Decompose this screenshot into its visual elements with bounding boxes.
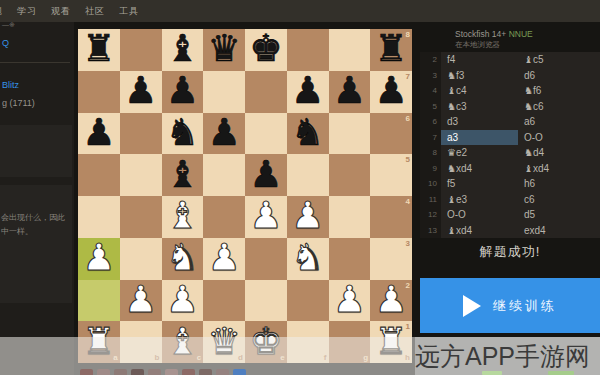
square-b5[interactable] <box>120 154 162 196</box>
move-cell-8w[interactable]: ♛e2 <box>441 145 518 161</box>
black-pawn-a6: ♟ <box>82 114 115 151</box>
move-cell-13b[interactable]: exd4 <box>518 223 600 239</box>
move-row-5: 5♞c3♞c6 <box>420 99 600 115</box>
game-source-link[interactable]: Blitz <box>2 80 19 90</box>
square-f1[interactable]: f <box>287 321 329 363</box>
square-e1[interactable]: ♚e <box>245 321 287 363</box>
white-bishop-c1: ♝ <box>166 323 199 360</box>
nav-item-工具[interactable]: 工具 <box>119 5 139 18</box>
white-rook-h1: ♜ <box>375 323 408 360</box>
square-g4[interactable] <box>329 196 371 238</box>
move-cell-5b[interactable]: ♞c6 <box>518 99 600 115</box>
puzzle-description-panel: 会出现什么，因此 中一样。 <box>0 185 72 303</box>
move-list: 2f4♝c53♞f3d64♝c4♞f65♞c3♞c66d3a67a3O-O8♛e… <box>420 52 600 238</box>
black-knight-c6: ♞ <box>166 114 199 151</box>
file-coordinate-d: d <box>238 353 243 362</box>
rank-coordinate-5: 5 <box>406 155 410 164</box>
move-row-13: 13♝xd4exd4 <box>420 223 600 239</box>
puzzle-description-line2: 中一样。 <box>1 226 33 237</box>
square-b1[interactable]: b <box>120 321 162 363</box>
square-d1[interactable]: ♛d <box>203 321 245 363</box>
watermark-text: 远方APP手游网 <box>415 340 590 373</box>
square-h4[interactable]: 4 <box>370 196 412 238</box>
square-f2[interactable] <box>287 280 329 322</box>
square-e8[interactable]: ♚ <box>245 29 287 71</box>
bottom-block-1 <box>80 369 93 375</box>
move-cell-6w[interactable]: d3 <box>441 114 518 130</box>
square-e5[interactable]: ♟ <box>245 154 287 196</box>
white-pawn-f4: ♟ <box>291 197 324 234</box>
move-cell-2b[interactable]: ♝c5 <box>518 52 600 68</box>
square-g5[interactable] <box>329 154 371 196</box>
move-row-6: 6d3a6 <box>420 114 600 130</box>
square-e4[interactable]: ♟ <box>245 196 287 238</box>
bottom-block-3 <box>114 369 127 375</box>
black-pawn-e5: ♟ <box>249 156 282 193</box>
black-pawn-d6: ♟ <box>208 114 241 151</box>
square-c5[interactable]: ♝ <box>162 154 204 196</box>
nav-item-社区[interactable]: 社区 <box>85 5 105 18</box>
move-number-10: 10 <box>420 176 441 192</box>
file-coordinate-h: h <box>405 353 410 362</box>
file-coordinate-f: f <box>324 353 327 362</box>
rank-coordinate-6: 6 <box>406 114 410 123</box>
move-number-11: 11 <box>420 192 441 208</box>
move-cell-8b[interactable]: ♞d4 <box>518 145 600 161</box>
file-coordinate-a: a <box>113 353 117 362</box>
square-b8[interactable] <box>120 29 162 71</box>
square-g2[interactable]: ♟ <box>329 280 371 322</box>
black-king-e8: ♚ <box>249 30 282 67</box>
black-pawn-f7: ♟ <box>291 72 324 109</box>
move-row-2: 2f4♝c5 <box>420 52 600 68</box>
bottom-block-6 <box>165 369 178 375</box>
white-knight-f3: ♞ <box>291 239 324 276</box>
move-cell-4b[interactable]: ♞f6 <box>518 83 600 99</box>
puzzle-description-line1: 会出现什么，因此 <box>1 212 65 223</box>
square-e3[interactable] <box>245 238 287 280</box>
square-d7[interactable] <box>203 71 245 113</box>
move-number-4: 4 <box>420 83 441 99</box>
black-bishop-c8: ♝ <box>166 30 199 67</box>
black-knight-f6: ♞ <box>291 114 324 151</box>
rank-coordinate-3: 3 <box>406 239 410 248</box>
white-pawn-b2: ♟ <box>124 281 157 318</box>
square-c1[interactable]: ♝c <box>162 321 204 363</box>
move-row-9: 9♞xd4♝xd4 <box>420 161 600 177</box>
white-pawn-a3: ♟ <box>82 239 115 276</box>
overlay-mark: —※ <box>2 21 15 29</box>
white-king-e1: ♚ <box>249 323 282 360</box>
square-f4[interactable]: ♟ <box>287 196 329 238</box>
move-number-9: 9 <box>420 161 441 177</box>
square-g8[interactable] <box>329 29 371 71</box>
engine-nnue-badge: NNUE <box>509 29 533 39</box>
square-c2[interactable]: ♟ <box>162 280 204 322</box>
file-coordinate-e: e <box>280 353 284 362</box>
move-cell-9b[interactable]: ♝xd4 <box>518 161 600 177</box>
white-bishop-c4: ♝ <box>166 197 199 234</box>
move-cell-10b[interactable]: h6 <box>518 176 600 192</box>
square-a3[interactable]: ♟ <box>78 238 120 280</box>
engine-header: Stockfish 14+ NNUE 在本地浏览器 <box>420 29 600 52</box>
square-h5[interactable]: 5 <box>370 154 412 196</box>
black-pawn-g7: ♟ <box>333 72 366 109</box>
square-b2[interactable]: ♟ <box>120 280 162 322</box>
nav-item-学习[interactable]: 学习 <box>17 5 37 18</box>
file-coordinate-b: b <box>155 353 160 362</box>
square-d8[interactable]: ♛ <box>203 29 245 71</box>
bottom-block-5 <box>148 369 161 375</box>
move-row-8: 8♛e2♞d4 <box>420 145 600 161</box>
square-b3[interactable] <box>120 238 162 280</box>
square-b6[interactable] <box>120 113 162 155</box>
square-e7[interactable] <box>245 71 287 113</box>
move-cell-6b[interactable]: a6 <box>518 114 600 130</box>
bottom-block-9 <box>216 369 229 375</box>
square-g6[interactable] <box>329 113 371 155</box>
move-cell-12w[interactable]: O-O <box>441 207 518 223</box>
rank-coordinate-7: 7 <box>406 72 410 81</box>
square-b4[interactable] <box>120 196 162 238</box>
continue-training-label: 继续训练 <box>493 297 557 315</box>
move-cell-12b[interactable]: d5 <box>518 207 600 223</box>
engine-subtitle: 在本地浏览器 <box>455 40 600 50</box>
bottom-block-2 <box>97 369 110 375</box>
rank-coordinate-4: 4 <box>406 197 410 206</box>
square-h6[interactable]: 6 <box>370 113 412 155</box>
move-number-12: 12 <box>420 207 441 223</box>
white-pawn-e4: ♟ <box>249 197 282 234</box>
move-number-6: 6 <box>420 114 441 130</box>
engine-name: Stockfish 14+ NNUE <box>455 29 600 39</box>
square-f6[interactable]: ♞ <box>287 113 329 155</box>
square-a5[interactable] <box>78 154 120 196</box>
move-number-2: 2 <box>420 52 441 68</box>
sidebar-divider <box>0 62 70 63</box>
square-a2[interactable] <box>78 280 120 322</box>
bottom-green-block <box>548 371 574 375</box>
move-row-3: 3♞f3d6 <box>420 68 600 84</box>
chess-board: ♜♝♛♚♜8♟♟♟♟♟7♟♞♟♞6♝♟5♝♟♟4♟♞♟♞3♟♟♟♟2♜ab♝c♛… <box>78 29 412 363</box>
square-d3[interactable]: ♟ <box>203 238 245 280</box>
move-number-5: 5 <box>420 99 441 115</box>
move-row-11: 11♝e3c6 <box>420 192 600 208</box>
square-f5[interactable] <box>287 154 329 196</box>
black-rook-a8: ♜ <box>82 30 115 67</box>
black-bishop-c5: ♝ <box>166 156 199 193</box>
rank-coordinate-2: 2 <box>406 281 410 290</box>
move-cell-11w[interactable]: ♝e3 <box>441 192 518 208</box>
black-rook-h8: ♜ <box>375 30 408 67</box>
puzzle-sidebar: Q Blitz g (1711) 会出现什么，因此 中一样。 <box>0 22 74 375</box>
white-rook-a1: ♜ <box>82 323 115 360</box>
move-cell-10w[interactable]: f5 <box>441 176 518 192</box>
white-knight-c3: ♞ <box>166 239 199 276</box>
bottom-block-4 <box>131 369 144 375</box>
continue-training-button[interactable]: 继续训练 <box>420 278 600 333</box>
square-h8[interactable]: ♜8 <box>370 29 412 71</box>
move-row-7: 7a3O-O <box>420 130 600 146</box>
move-cell-7b[interactable]: O-O <box>518 130 600 146</box>
square-f7[interactable]: ♟ <box>287 71 329 113</box>
move-cell-9w[interactable]: ♞xd4 <box>441 161 518 177</box>
square-c4[interactable]: ♝ <box>162 196 204 238</box>
move-cell-11b[interactable]: c6 <box>518 192 600 208</box>
file-coordinate-c: c <box>197 353 201 362</box>
play-icon <box>463 295 481 317</box>
square-d2[interactable] <box>203 280 245 322</box>
square-d5[interactable] <box>203 154 245 196</box>
move-cell-2w[interactable]: f4 <box>441 52 518 68</box>
move-number-8: 8 <box>420 145 441 161</box>
rank-coordinate-8: 8 <box>406 30 410 39</box>
move-cell-4w[interactable]: ♝c4 <box>441 83 518 99</box>
white-pawn-d3: ♟ <box>208 239 241 276</box>
square-h7[interactable]: ♟7 <box>370 71 412 113</box>
move-cell-3w[interactable]: ♞f3 <box>441 68 518 84</box>
black-queen-d8: ♛ <box>208 30 241 67</box>
white-pawn-g2: ♟ <box>333 281 366 318</box>
move-cell-13w[interactable]: ♝xd4 <box>441 223 518 239</box>
sidebar-link-fragment[interactable]: Q <box>2 38 9 48</box>
sidebar-panel <box>0 125 72 177</box>
nav-item-观看[interactable]: 观看 <box>51 5 71 18</box>
move-row-4: 4♝c4♞f6 <box>420 83 600 99</box>
square-c7[interactable]: ♟ <box>162 71 204 113</box>
player-rating-text: g (1711) <box>2 98 35 108</box>
square-h1[interactable]: ♜1h <box>370 321 412 363</box>
square-b7[interactable]: ♟ <box>120 71 162 113</box>
nav-item-题[interactable]: 题 <box>0 5 3 18</box>
engine-name-text: Stockfish 14+ <box>455 29 506 39</box>
watermark-banner: 远方APP手游网 <box>415 337 600 375</box>
rank-coordinate-1: 1 <box>406 322 410 331</box>
square-a6[interactable]: ♟ <box>78 113 120 155</box>
bottom-block-10 <box>233 369 246 375</box>
move-cell-3b[interactable]: d6 <box>518 68 600 84</box>
move-number-13: 13 <box>420 223 441 239</box>
square-d6[interactable]: ♟ <box>203 113 245 155</box>
black-pawn-b7: ♟ <box>124 72 157 109</box>
bottom-thumbnail-row <box>80 369 246 375</box>
square-a4[interactable] <box>78 196 120 238</box>
square-g1[interactable]: g <box>329 321 371 363</box>
black-pawn-c7: ♟ <box>166 72 199 109</box>
square-a7[interactable] <box>78 71 120 113</box>
analysis-panel: Stockfish 14+ NNUE 在本地浏览器 2f4♝c53♞f3d64♝… <box>420 0 600 375</box>
file-coordinate-g: g <box>363 353 368 362</box>
square-g3[interactable] <box>329 238 371 280</box>
black-pawn-h7: ♟ <box>375 72 408 109</box>
square-c8[interactable]: ♝ <box>162 29 204 71</box>
square-c3[interactable]: ♞ <box>162 238 204 280</box>
square-h2[interactable]: ♟2 <box>370 280 412 322</box>
move-cell-5w[interactable]: ♞c3 <box>441 99 518 115</box>
move-number-3: 3 <box>420 68 441 84</box>
bottom-block-7 <box>182 369 195 375</box>
white-pawn-h2: ♟ <box>375 281 408 318</box>
square-e6[interactable] <box>245 113 287 155</box>
move-row-12: 12O-Od5 <box>420 207 600 223</box>
square-e2[interactable] <box>245 280 287 322</box>
square-c6[interactable]: ♞ <box>162 113 204 155</box>
square-d4[interactable] <box>203 196 245 238</box>
puzzle-success-message: 解题成功! <box>420 243 600 261</box>
move-row-10: 10f5h6 <box>420 176 600 192</box>
square-f8[interactable] <box>287 29 329 71</box>
square-h3[interactable]: 3 <box>370 238 412 280</box>
top-nav-bar: 题学习观看社区工具 <box>0 0 600 22</box>
bottom-block-8 <box>199 369 212 375</box>
white-queen-d1: ♛ <box>208 323 241 360</box>
square-a1[interactable]: ♜a <box>78 321 120 363</box>
square-a8[interactable]: ♜ <box>78 29 120 71</box>
white-pawn-c2: ♟ <box>166 281 199 318</box>
move-number-7: 7 <box>420 130 441 146</box>
bottom-green-block <box>482 371 502 375</box>
square-g7[interactable]: ♟ <box>329 71 371 113</box>
move-cell-7w[interactable]: a3 <box>441 130 518 146</box>
square-f3[interactable]: ♞ <box>287 238 329 280</box>
